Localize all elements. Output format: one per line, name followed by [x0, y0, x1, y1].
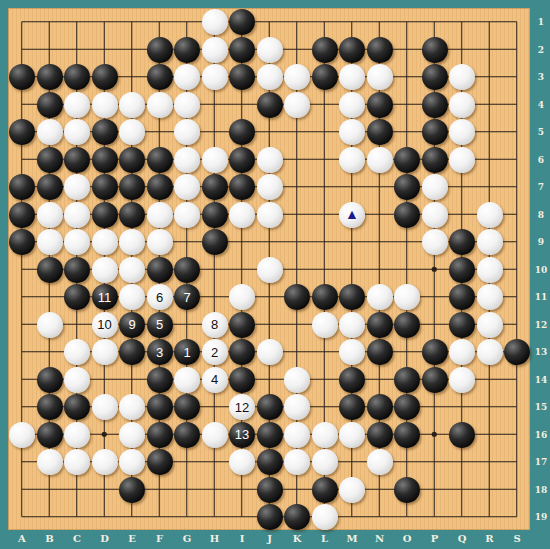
intersection-A16[interactable] [8, 421, 36, 449]
intersection-C15[interactable] [63, 393, 91, 421]
intersection-E2[interactable] [118, 36, 146, 64]
intersection-D2[interactable] [91, 36, 119, 64]
intersection-C3[interactable] [63, 63, 91, 91]
intersection-L8[interactable] [311, 201, 339, 229]
intersection-Q5[interactable] [448, 118, 476, 146]
intersection-M11[interactable] [338, 283, 366, 311]
intersection-H11[interactable] [201, 283, 229, 311]
intersection-B16[interactable] [36, 421, 64, 449]
intersection-E13[interactable] [118, 338, 146, 366]
intersection-G7[interactable] [173, 173, 201, 201]
intersection-N2[interactable] [366, 36, 394, 64]
intersection-N10[interactable] [366, 256, 394, 284]
intersection-N16[interactable] [366, 421, 394, 449]
intersection-K10[interactable] [283, 256, 311, 284]
intersection-H3[interactable] [201, 63, 229, 91]
intersection-F18[interactable] [146, 476, 174, 504]
intersection-S13[interactable] [503, 338, 531, 366]
intersection-C6[interactable] [63, 146, 91, 174]
intersection-J16[interactable] [256, 421, 284, 449]
intersection-H15[interactable] [201, 393, 229, 421]
intersection-Q9[interactable] [448, 228, 476, 256]
intersection-B17[interactable] [36, 448, 64, 476]
intersection-O6[interactable] [393, 146, 421, 174]
intersection-E1[interactable] [118, 8, 146, 36]
intersection-R13[interactable] [476, 338, 504, 366]
intersection-N12[interactable] [366, 311, 394, 339]
intersection-A12[interactable] [8, 311, 36, 339]
intersection-Q19[interactable] [448, 503, 476, 531]
intersection-A11[interactable] [8, 283, 36, 311]
intersection-S7[interactable] [503, 173, 531, 201]
intersection-D12[interactable]: 10 [91, 311, 119, 339]
intersection-J11[interactable] [256, 283, 284, 311]
intersection-J13[interactable] [256, 338, 284, 366]
intersection-I8[interactable] [228, 201, 256, 229]
intersection-E14[interactable] [118, 366, 146, 394]
intersection-K6[interactable] [283, 146, 311, 174]
intersection-C13[interactable] [63, 338, 91, 366]
intersection-B13[interactable] [36, 338, 64, 366]
intersection-R7[interactable] [476, 173, 504, 201]
intersection-H10[interactable] [201, 256, 229, 284]
intersection-R12[interactable] [476, 311, 504, 339]
intersection-S19[interactable] [503, 503, 531, 531]
intersection-C18[interactable] [63, 476, 91, 504]
intersection-P18[interactable] [421, 476, 449, 504]
intersection-L4[interactable] [311, 91, 339, 119]
intersection-C1[interactable] [63, 8, 91, 36]
intersection-D15[interactable] [91, 393, 119, 421]
intersection-M16[interactable] [338, 421, 366, 449]
intersection-E18[interactable] [118, 476, 146, 504]
intersection-I9[interactable] [228, 228, 256, 256]
intersection-J18[interactable] [256, 476, 284, 504]
intersection-G16[interactable] [173, 421, 201, 449]
intersection-G17[interactable] [173, 448, 201, 476]
intersection-Q2[interactable] [448, 36, 476, 64]
intersection-G1[interactable] [173, 8, 201, 36]
intersection-P14[interactable] [421, 366, 449, 394]
intersection-R9[interactable] [476, 228, 504, 256]
intersection-E15[interactable] [118, 393, 146, 421]
intersection-J10[interactable] [256, 256, 284, 284]
intersection-H7[interactable] [201, 173, 229, 201]
intersection-G13[interactable]: 1 [173, 338, 201, 366]
intersection-D16[interactable] [91, 421, 119, 449]
intersection-E6[interactable] [118, 146, 146, 174]
intersection-P10[interactable] [421, 256, 449, 284]
intersection-J7[interactable] [256, 173, 284, 201]
intersection-F16[interactable] [146, 421, 174, 449]
intersection-N11[interactable] [366, 283, 394, 311]
intersection-J5[interactable] [256, 118, 284, 146]
intersection-D14[interactable] [91, 366, 119, 394]
intersection-B18[interactable] [36, 476, 64, 504]
intersection-O14[interactable] [393, 366, 421, 394]
intersection-R11[interactable] [476, 283, 504, 311]
intersection-O7[interactable] [393, 173, 421, 201]
intersection-J17[interactable] [256, 448, 284, 476]
intersection-B8[interactable] [36, 201, 64, 229]
intersection-K12[interactable] [283, 311, 311, 339]
intersection-P7[interactable] [421, 173, 449, 201]
intersection-B5[interactable] [36, 118, 64, 146]
intersection-B3[interactable] [36, 63, 64, 91]
intersection-S14[interactable] [503, 366, 531, 394]
intersection-N3[interactable] [366, 63, 394, 91]
intersection-C11[interactable] [63, 283, 91, 311]
intersection-K3[interactable] [283, 63, 311, 91]
intersection-F19[interactable] [146, 503, 174, 531]
intersection-G6[interactable] [173, 146, 201, 174]
intersection-F1[interactable] [146, 8, 174, 36]
intersection-S16[interactable] [503, 421, 531, 449]
intersection-F17[interactable] [146, 448, 174, 476]
intersection-S11[interactable] [503, 283, 531, 311]
intersection-Q15[interactable] [448, 393, 476, 421]
intersection-F10[interactable] [146, 256, 174, 284]
intersection-O9[interactable] [393, 228, 421, 256]
intersection-H4[interactable] [201, 91, 229, 119]
intersection-B11[interactable] [36, 283, 64, 311]
intersection-G19[interactable] [173, 503, 201, 531]
intersection-C9[interactable] [63, 228, 91, 256]
intersection-Q1[interactable] [448, 8, 476, 36]
intersection-J4[interactable] [256, 91, 284, 119]
intersection-H2[interactable] [201, 36, 229, 64]
intersection-K17[interactable] [283, 448, 311, 476]
intersection-S5[interactable] [503, 118, 531, 146]
intersection-H9[interactable] [201, 228, 229, 256]
intersection-C16[interactable] [63, 421, 91, 449]
intersection-H13[interactable]: 2 [201, 338, 229, 366]
intersection-R4[interactable] [476, 91, 504, 119]
intersection-H14[interactable]: 4 [201, 366, 229, 394]
intersection-D19[interactable] [91, 503, 119, 531]
intersection-H19[interactable] [201, 503, 229, 531]
intersection-M7[interactable] [338, 173, 366, 201]
intersection-H6[interactable] [201, 146, 229, 174]
intersection-L13[interactable] [311, 338, 339, 366]
intersection-O15[interactable] [393, 393, 421, 421]
intersection-H8[interactable] [201, 201, 229, 229]
intersection-R8[interactable] [476, 201, 504, 229]
intersection-G2[interactable] [173, 36, 201, 64]
intersection-B1[interactable] [36, 8, 64, 36]
intersection-M4[interactable] [338, 91, 366, 119]
intersection-Q18[interactable] [448, 476, 476, 504]
intersection-E9[interactable] [118, 228, 146, 256]
intersection-F7[interactable] [146, 173, 174, 201]
intersection-K18[interactable] [283, 476, 311, 504]
intersection-A14[interactable] [8, 366, 36, 394]
intersection-R14[interactable] [476, 366, 504, 394]
intersection-I6[interactable] [228, 146, 256, 174]
intersection-H12[interactable]: 8 [201, 311, 229, 339]
intersection-M9[interactable] [338, 228, 366, 256]
intersection-G10[interactable] [173, 256, 201, 284]
intersection-A3[interactable] [8, 63, 36, 91]
intersection-B14[interactable] [36, 366, 64, 394]
intersection-F2[interactable] [146, 36, 174, 64]
intersection-B7[interactable] [36, 173, 64, 201]
intersection-I16[interactable]: 13 [228, 421, 256, 449]
intersection-L3[interactable] [311, 63, 339, 91]
intersection-B4[interactable] [36, 91, 64, 119]
intersection-L5[interactable] [311, 118, 339, 146]
intersection-J19[interactable] [256, 503, 284, 531]
intersection-N17[interactable] [366, 448, 394, 476]
intersection-F6[interactable] [146, 146, 174, 174]
intersection-K16[interactable] [283, 421, 311, 449]
intersection-A7[interactable] [8, 173, 36, 201]
intersection-N4[interactable] [366, 91, 394, 119]
intersection-L17[interactable] [311, 448, 339, 476]
intersection-Q11[interactable] [448, 283, 476, 311]
intersection-D18[interactable] [91, 476, 119, 504]
intersection-O18[interactable] [393, 476, 421, 504]
intersection-H1[interactable] [201, 8, 229, 36]
intersection-A19[interactable] [8, 503, 36, 531]
intersection-B19[interactable] [36, 503, 64, 531]
intersection-K9[interactable] [283, 228, 311, 256]
intersection-N19[interactable] [366, 503, 394, 531]
intersection-S1[interactable] [503, 8, 531, 36]
intersection-J9[interactable] [256, 228, 284, 256]
intersection-D5[interactable] [91, 118, 119, 146]
intersection-L16[interactable] [311, 421, 339, 449]
intersection-C19[interactable] [63, 503, 91, 531]
intersection-D10[interactable] [91, 256, 119, 284]
intersection-A5[interactable] [8, 118, 36, 146]
intersection-D1[interactable] [91, 8, 119, 36]
intersection-G3[interactable] [173, 63, 201, 91]
intersection-K15[interactable] [283, 393, 311, 421]
intersection-O17[interactable] [393, 448, 421, 476]
intersection-G9[interactable] [173, 228, 201, 256]
intersection-P12[interactable] [421, 311, 449, 339]
intersection-L11[interactable] [311, 283, 339, 311]
intersection-K8[interactable] [283, 201, 311, 229]
intersection-O19[interactable] [393, 503, 421, 531]
intersection-D6[interactable] [91, 146, 119, 174]
intersection-I4[interactable] [228, 91, 256, 119]
intersection-Q8[interactable] [448, 201, 476, 229]
intersection-L9[interactable] [311, 228, 339, 256]
intersection-B9[interactable] [36, 228, 64, 256]
intersection-J14[interactable] [256, 366, 284, 394]
intersection-J8[interactable] [256, 201, 284, 229]
intersection-J3[interactable] [256, 63, 284, 91]
intersection-S12[interactable] [503, 311, 531, 339]
intersection-O16[interactable] [393, 421, 421, 449]
intersection-P16[interactable] [421, 421, 449, 449]
intersection-N13[interactable] [366, 338, 394, 366]
intersection-C2[interactable] [63, 36, 91, 64]
intersection-S3[interactable] [503, 63, 531, 91]
intersection-S4[interactable] [503, 91, 531, 119]
intersection-N15[interactable] [366, 393, 394, 421]
intersection-P9[interactable] [421, 228, 449, 256]
intersection-M14[interactable] [338, 366, 366, 394]
intersection-P8[interactable] [421, 201, 449, 229]
intersection-D9[interactable] [91, 228, 119, 256]
intersection-P5[interactable] [421, 118, 449, 146]
intersection-O1[interactable] [393, 8, 421, 36]
intersection-Q6[interactable] [448, 146, 476, 174]
intersection-D3[interactable] [91, 63, 119, 91]
intersection-C17[interactable] [63, 448, 91, 476]
intersection-K5[interactable] [283, 118, 311, 146]
intersection-Q13[interactable] [448, 338, 476, 366]
intersection-E10[interactable] [118, 256, 146, 284]
intersection-I12[interactable] [228, 311, 256, 339]
intersection-S15[interactable] [503, 393, 531, 421]
intersection-R10[interactable] [476, 256, 504, 284]
intersection-K19[interactable] [283, 503, 311, 531]
intersection-C8[interactable] [63, 201, 91, 229]
intersection-E17[interactable] [118, 448, 146, 476]
intersection-Q7[interactable] [448, 173, 476, 201]
intersection-O2[interactable] [393, 36, 421, 64]
intersection-M13[interactable] [338, 338, 366, 366]
intersection-I10[interactable] [228, 256, 256, 284]
intersection-F3[interactable] [146, 63, 174, 91]
intersection-Q14[interactable] [448, 366, 476, 394]
intersection-F15[interactable] [146, 393, 174, 421]
intersection-F9[interactable] [146, 228, 174, 256]
intersection-C14[interactable] [63, 366, 91, 394]
intersection-F11[interactable]: 6 [146, 283, 174, 311]
intersection-D8[interactable] [91, 201, 119, 229]
intersection-P15[interactable] [421, 393, 449, 421]
intersection-K1[interactable] [283, 8, 311, 36]
intersection-E5[interactable] [118, 118, 146, 146]
intersection-P1[interactable] [421, 8, 449, 36]
intersection-Q16[interactable] [448, 421, 476, 449]
intersection-O11[interactable] [393, 283, 421, 311]
intersection-K7[interactable] [283, 173, 311, 201]
intersection-C5[interactable] [63, 118, 91, 146]
intersection-A15[interactable] [8, 393, 36, 421]
intersection-C7[interactable] [63, 173, 91, 201]
intersection-E4[interactable] [118, 91, 146, 119]
intersection-D7[interactable] [91, 173, 119, 201]
intersection-I18[interactable] [228, 476, 256, 504]
intersection-H18[interactable] [201, 476, 229, 504]
intersection-N18[interactable] [366, 476, 394, 504]
intersection-B6[interactable] [36, 146, 64, 174]
intersection-M6[interactable] [338, 146, 366, 174]
intersection-G12[interactable] [173, 311, 201, 339]
intersection-P17[interactable] [421, 448, 449, 476]
intersection-G8[interactable] [173, 201, 201, 229]
intersection-F13[interactable]: 3 [146, 338, 174, 366]
intersection-M15[interactable] [338, 393, 366, 421]
intersection-E19[interactable] [118, 503, 146, 531]
intersection-K13[interactable] [283, 338, 311, 366]
intersection-M8[interactable]: ▲ [338, 201, 366, 229]
intersection-R17[interactable] [476, 448, 504, 476]
intersection-N9[interactable] [366, 228, 394, 256]
intersection-M3[interactable] [338, 63, 366, 91]
intersection-R16[interactable] [476, 421, 504, 449]
intersection-O13[interactable] [393, 338, 421, 366]
intersection-R19[interactable] [476, 503, 504, 531]
intersection-C10[interactable] [63, 256, 91, 284]
intersection-N7[interactable] [366, 173, 394, 201]
intersection-A1[interactable] [8, 8, 36, 36]
intersection-S10[interactable] [503, 256, 531, 284]
intersection-N1[interactable] [366, 8, 394, 36]
intersection-O3[interactable] [393, 63, 421, 91]
intersection-S6[interactable] [503, 146, 531, 174]
intersection-M2[interactable] [338, 36, 366, 64]
intersection-S9[interactable] [503, 228, 531, 256]
intersection-K2[interactable] [283, 36, 311, 64]
intersection-G14[interactable] [173, 366, 201, 394]
intersection-I19[interactable] [228, 503, 256, 531]
intersection-I2[interactable] [228, 36, 256, 64]
intersection-B12[interactable] [36, 311, 64, 339]
intersection-N6[interactable] [366, 146, 394, 174]
intersection-Q17[interactable] [448, 448, 476, 476]
intersection-A9[interactable] [8, 228, 36, 256]
intersection-J2[interactable] [256, 36, 284, 64]
intersection-D11[interactable]: 11 [91, 283, 119, 311]
intersection-A4[interactable] [8, 91, 36, 119]
intersection-D4[interactable] [91, 91, 119, 119]
intersection-K14[interactable] [283, 366, 311, 394]
intersection-K11[interactable] [283, 283, 311, 311]
intersection-R6[interactable] [476, 146, 504, 174]
intersection-S18[interactable] [503, 476, 531, 504]
intersection-F14[interactable] [146, 366, 174, 394]
intersection-N8[interactable] [366, 201, 394, 229]
intersection-J15[interactable] [256, 393, 284, 421]
intersection-E12[interactable]: 9 [118, 311, 146, 339]
intersection-N14[interactable] [366, 366, 394, 394]
intersection-G4[interactable] [173, 91, 201, 119]
intersection-I1[interactable] [228, 8, 256, 36]
intersection-L14[interactable] [311, 366, 339, 394]
intersection-A18[interactable] [8, 476, 36, 504]
intersection-R5[interactable] [476, 118, 504, 146]
intersection-F12[interactable]: 5 [146, 311, 174, 339]
intersection-J12[interactable] [256, 311, 284, 339]
intersection-P4[interactable] [421, 91, 449, 119]
intersection-O8[interactable] [393, 201, 421, 229]
intersection-G11[interactable]: 7 [173, 283, 201, 311]
intersection-F8[interactable] [146, 201, 174, 229]
intersection-R15[interactable] [476, 393, 504, 421]
intersection-R1[interactable] [476, 8, 504, 36]
intersection-I5[interactable] [228, 118, 256, 146]
intersection-P13[interactable] [421, 338, 449, 366]
intersection-L18[interactable] [311, 476, 339, 504]
intersection-F4[interactable] [146, 91, 174, 119]
intersection-S17[interactable] [503, 448, 531, 476]
intersection-S2[interactable] [503, 36, 531, 64]
intersection-P2[interactable] [421, 36, 449, 64]
intersection-H17[interactable] [201, 448, 229, 476]
intersection-A8[interactable] [8, 201, 36, 229]
intersection-J6[interactable] [256, 146, 284, 174]
intersection-S8[interactable] [503, 201, 531, 229]
intersection-E16[interactable] [118, 421, 146, 449]
intersection-E11[interactable] [118, 283, 146, 311]
